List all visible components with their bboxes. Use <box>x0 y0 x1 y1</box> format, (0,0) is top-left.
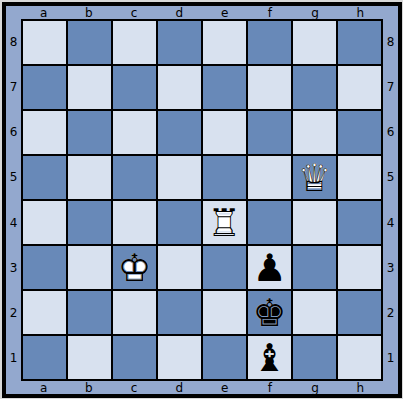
square-h2[interactable] <box>338 291 381 334</box>
square-a6[interactable] <box>23 111 66 154</box>
rank-label-right-3: 3 <box>387 262 395 274</box>
square-c2[interactable] <box>113 291 156 334</box>
square-a1[interactable] <box>23 336 66 379</box>
file-label-bottom-a: a <box>40 382 47 394</box>
white-rook-glyph-fill: ♜ <box>203 201 246 244</box>
square-e6[interactable] <box>203 111 246 154</box>
square-d7[interactable] <box>158 66 201 109</box>
square-g6[interactable] <box>293 111 336 154</box>
piece-black-king[interactable]: ♚ <box>248 291 291 334</box>
square-h3[interactable] <box>338 246 381 289</box>
rank-label-left-8: 8 <box>10 36 18 48</box>
white-queen-glyph-outline: ♕ <box>293 156 336 199</box>
file-label-bottom-d: d <box>176 382 184 394</box>
corner-bottom-right <box>383 381 398 394</box>
rank-label-left-2: 2 <box>10 307 18 319</box>
rank-label-right-6: 6 <box>387 126 395 138</box>
square-f2[interactable]: ♚ <box>248 291 291 334</box>
square-g5[interactable]: ♛♕ <box>293 156 336 199</box>
square-g7[interactable] <box>293 66 336 109</box>
square-h7[interactable] <box>338 66 381 109</box>
white-rook-glyph-outline: ♖ <box>203 201 246 244</box>
square-f6[interactable] <box>248 111 291 154</box>
square-d5[interactable] <box>158 156 201 199</box>
rank-label-left-7: 7 <box>10 81 18 93</box>
corner-top-left <box>6 6 21 19</box>
file-label-top-f: f <box>268 7 272 19</box>
square-e1[interactable] <box>203 336 246 379</box>
file-label-bottom-f: f <box>268 382 272 394</box>
square-b1[interactable] <box>68 336 111 379</box>
square-b3[interactable] <box>68 246 111 289</box>
file-labels-bottom: abcdefgh <box>21 381 383 394</box>
rank-label-left-4: 4 <box>10 217 18 229</box>
square-g3[interactable] <box>293 246 336 289</box>
square-b8[interactable] <box>68 21 111 64</box>
file-label-top-c: c <box>131 7 138 19</box>
black-bishop-glyph: ♝ <box>248 336 291 379</box>
square-b7[interactable] <box>68 66 111 109</box>
square-e5[interactable] <box>203 156 246 199</box>
square-e3[interactable] <box>203 246 246 289</box>
white-king-glyph-outline: ♔ <box>113 246 156 289</box>
rank-label-left-3: 3 <box>10 262 18 274</box>
square-d6[interactable] <box>158 111 201 154</box>
file-label-bottom-h: h <box>357 382 365 394</box>
square-e2[interactable] <box>203 291 246 334</box>
piece-black-pawn[interactable]: ♟ <box>248 246 291 289</box>
board-margin: abcdefgh 87654321 ♛♕♜♖♚♔♟♚♝ 87654321 abc… <box>6 6 398 394</box>
file-label-top-h: h <box>357 7 365 19</box>
board-frame: abcdefgh 87654321 ♛♕♜♖♚♔♟♚♝ 87654321 abc… <box>0 0 403 399</box>
square-d2[interactable] <box>158 291 201 334</box>
rank-label-right-4: 4 <box>387 217 395 229</box>
square-g2[interactable] <box>293 291 336 334</box>
rank-label-right-1: 1 <box>387 352 395 364</box>
rank-label-left-5: 5 <box>10 171 18 183</box>
rank-labels-left: 87654321 <box>6 19 21 381</box>
square-b6[interactable] <box>68 111 111 154</box>
square-c4[interactable] <box>113 201 156 244</box>
square-c7[interactable] <box>113 66 156 109</box>
square-f3[interactable]: ♟ <box>248 246 291 289</box>
square-f5[interactable] <box>248 156 291 199</box>
square-c8[interactable] <box>113 21 156 64</box>
square-h4[interactable] <box>338 201 381 244</box>
chess-board: ♛♕♜♖♚♔♟♚♝ <box>21 19 383 381</box>
rank-label-left-6: 6 <box>10 126 18 138</box>
file-label-bottom-g: g <box>311 382 319 394</box>
square-h8[interactable] <box>338 21 381 64</box>
square-f1[interactable]: ♝ <box>248 336 291 379</box>
square-d8[interactable] <box>158 21 201 64</box>
square-h5[interactable] <box>338 156 381 199</box>
square-c3[interactable]: ♚♔ <box>113 246 156 289</box>
rank-labels-right: 87654321 <box>383 19 398 381</box>
square-c1[interactable] <box>113 336 156 379</box>
file-label-top-g: g <box>311 7 319 19</box>
rank-label-left-1: 1 <box>10 352 18 364</box>
corner-bottom-left <box>6 381 21 394</box>
square-c6[interactable] <box>113 111 156 154</box>
file-label-bottom-e: e <box>221 382 228 394</box>
file-labels-top: abcdefgh <box>21 6 383 19</box>
file-label-bottom-c: c <box>131 382 138 394</box>
piece-black-bishop[interactable]: ♝ <box>248 336 291 379</box>
square-f4[interactable] <box>248 201 291 244</box>
file-label-bottom-b: b <box>85 382 93 394</box>
rank-label-right-5: 5 <box>387 171 395 183</box>
square-g1[interactable] <box>293 336 336 379</box>
square-a3[interactable] <box>23 246 66 289</box>
square-b4[interactable] <box>68 201 111 244</box>
square-c5[interactable] <box>113 156 156 199</box>
square-d3[interactable] <box>158 246 201 289</box>
black-king-glyph: ♚ <box>248 291 291 334</box>
square-h1[interactable] <box>338 336 381 379</box>
square-a8[interactable] <box>23 21 66 64</box>
square-b2[interactable] <box>68 291 111 334</box>
square-e4[interactable]: ♜♖ <box>203 201 246 244</box>
square-h6[interactable] <box>338 111 381 154</box>
black-pawn-glyph: ♟ <box>248 246 291 289</box>
file-label-top-e: e <box>221 7 228 19</box>
square-g8[interactable] <box>293 21 336 64</box>
square-g4[interactable] <box>293 201 336 244</box>
square-f7[interactable] <box>248 66 291 109</box>
square-f8[interactable] <box>248 21 291 64</box>
square-a5[interactable] <box>23 156 66 199</box>
white-king-glyph-fill: ♚ <box>113 246 156 289</box>
square-b5[interactable] <box>68 156 111 199</box>
rank-label-right-7: 7 <box>387 81 395 93</box>
square-a4[interactable] <box>23 201 66 244</box>
file-label-top-a: a <box>40 7 47 19</box>
rank-label-right-8: 8 <box>387 36 395 48</box>
corner-top-right <box>383 6 398 19</box>
square-a7[interactable] <box>23 66 66 109</box>
square-e7[interactable] <box>203 66 246 109</box>
square-d4[interactable] <box>158 201 201 244</box>
rank-label-right-2: 2 <box>387 307 395 319</box>
piece-white-king[interactable]: ♚♔ <box>113 246 156 289</box>
file-label-top-d: d <box>176 7 184 19</box>
square-e8[interactable] <box>203 21 246 64</box>
piece-white-queen[interactable]: ♛♕ <box>293 156 336 199</box>
square-a2[interactable] <box>23 291 66 334</box>
white-queen-glyph-fill: ♛ <box>293 156 336 199</box>
piece-white-rook[interactable]: ♜♖ <box>203 201 246 244</box>
square-d1[interactable] <box>158 336 201 379</box>
file-label-top-b: b <box>85 7 93 19</box>
